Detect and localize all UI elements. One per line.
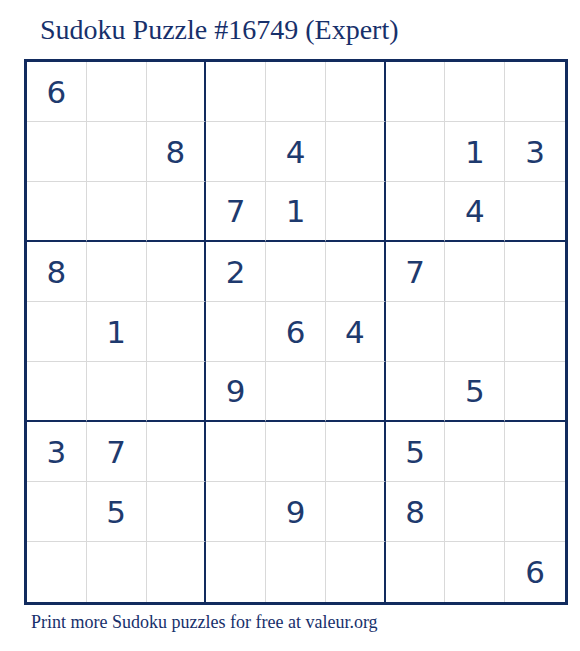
sudoku-cell-r9c1 — [27, 542, 87, 602]
sudoku-cell-r7c4 — [206, 422, 266, 482]
sudoku-cell-r2c9: 3 — [505, 122, 565, 182]
sudoku-cell-r6c3 — [147, 362, 207, 422]
sudoku-cell-r3c9 — [505, 182, 565, 242]
sudoku-cell-r3c6 — [326, 182, 386, 242]
sudoku-cell-r1c1: 6 — [27, 62, 87, 122]
sudoku-cell-r3c4: 7 — [206, 182, 266, 242]
sudoku-cell-r4c7: 7 — [386, 242, 446, 302]
sudoku-cell-r2c2 — [87, 122, 147, 182]
sudoku-cell-r6c9 — [505, 362, 565, 422]
sudoku-cell-r7c9 — [505, 422, 565, 482]
sudoku-cell-r5c4 — [206, 302, 266, 362]
footer-text: Print more Sudoku puzzles for free at va… — [31, 612, 378, 633]
sudoku-cell-r9c2 — [87, 542, 147, 602]
sudoku-cell-r5c7 — [386, 302, 446, 362]
sudoku-cell-r2c7 — [386, 122, 446, 182]
sudoku-cell-r1c7 — [386, 62, 446, 122]
sudoku-cell-r4c1: 8 — [27, 242, 87, 302]
sudoku-cell-r5c2: 1 — [87, 302, 147, 362]
sudoku-cell-r8c5: 9 — [266, 482, 326, 542]
sudoku-page: Sudoku Puzzle #16749 (Expert) 6841371482… — [0, 0, 580, 651]
sudoku-cell-r3c7 — [386, 182, 446, 242]
sudoku-cell-r1c4 — [206, 62, 266, 122]
sudoku-cell-r9c5 — [266, 542, 326, 602]
sudoku-cell-r1c6 — [326, 62, 386, 122]
sudoku-cell-r4c5 — [266, 242, 326, 302]
sudoku-cell-r6c7 — [386, 362, 446, 422]
sudoku-cell-r1c3 — [147, 62, 207, 122]
sudoku-cell-r4c2 — [87, 242, 147, 302]
sudoku-cell-r8c2: 5 — [87, 482, 147, 542]
sudoku-cell-r9c8 — [445, 542, 505, 602]
sudoku-cell-r4c9 — [505, 242, 565, 302]
sudoku-cell-r4c3 — [147, 242, 207, 302]
sudoku-cell-r5c9 — [505, 302, 565, 362]
sudoku-cell-r4c6 — [326, 242, 386, 302]
sudoku-cell-r6c2 — [87, 362, 147, 422]
sudoku-cell-r6c5 — [266, 362, 326, 422]
sudoku-cell-r7c5 — [266, 422, 326, 482]
sudoku-cell-r9c7 — [386, 542, 446, 602]
sudoku-cell-r8c3 — [147, 482, 207, 542]
sudoku-cell-r3c3 — [147, 182, 207, 242]
sudoku-cell-r2c8: 1 — [445, 122, 505, 182]
sudoku-cell-r8c8 — [445, 482, 505, 542]
sudoku-cell-r4c8 — [445, 242, 505, 302]
sudoku-cell-r6c6 — [326, 362, 386, 422]
sudoku-cell-r7c8 — [445, 422, 505, 482]
sudoku-cell-r3c2 — [87, 182, 147, 242]
sudoku-cell-r5c8 — [445, 302, 505, 362]
page-title: Sudoku Puzzle #16749 (Expert) — [40, 14, 399, 46]
sudoku-cell-r6c8: 5 — [445, 362, 505, 422]
sudoku-cell-r3c5: 1 — [266, 182, 326, 242]
sudoku-cell-r2c6 — [326, 122, 386, 182]
sudoku-cell-r1c5 — [266, 62, 326, 122]
sudoku-cell-r7c7: 5 — [386, 422, 446, 482]
sudoku-cell-r6c4: 9 — [206, 362, 266, 422]
sudoku-cell-r5c6: 4 — [326, 302, 386, 362]
sudoku-cell-r3c8: 4 — [445, 182, 505, 242]
sudoku-cell-r7c6 — [326, 422, 386, 482]
sudoku-cell-r8c7: 8 — [386, 482, 446, 542]
sudoku-cell-r8c9 — [505, 482, 565, 542]
sudoku-cell-r9c3 — [147, 542, 207, 602]
sudoku-cell-r7c3 — [147, 422, 207, 482]
sudoku-cell-r9c9: 6 — [505, 542, 565, 602]
sudoku-cell-r7c1: 3 — [27, 422, 87, 482]
sudoku-cell-r4c4: 2 — [206, 242, 266, 302]
sudoku-cell-r8c1 — [27, 482, 87, 542]
sudoku-cell-r9c6 — [326, 542, 386, 602]
sudoku-cell-r7c2: 7 — [87, 422, 147, 482]
sudoku-cell-r3c1 — [27, 182, 87, 242]
sudoku-cell-r1c8 — [445, 62, 505, 122]
sudoku-cell-r1c9 — [505, 62, 565, 122]
sudoku-cell-r5c3 — [147, 302, 207, 362]
sudoku-cell-r9c4 — [206, 542, 266, 602]
sudoku-cell-r5c5: 6 — [266, 302, 326, 362]
sudoku-board: 68413714827164953755986 — [24, 59, 568, 605]
sudoku-cell-r2c3: 8 — [147, 122, 207, 182]
sudoku-cell-r6c1 — [27, 362, 87, 422]
sudoku-cell-r1c2 — [87, 62, 147, 122]
sudoku-cell-r8c6 — [326, 482, 386, 542]
sudoku-cell-r2c5: 4 — [266, 122, 326, 182]
sudoku-cell-r8c4 — [206, 482, 266, 542]
sudoku-cell-r5c1 — [27, 302, 87, 362]
sudoku-cell-r2c4 — [206, 122, 266, 182]
sudoku-cell-r2c1 — [27, 122, 87, 182]
